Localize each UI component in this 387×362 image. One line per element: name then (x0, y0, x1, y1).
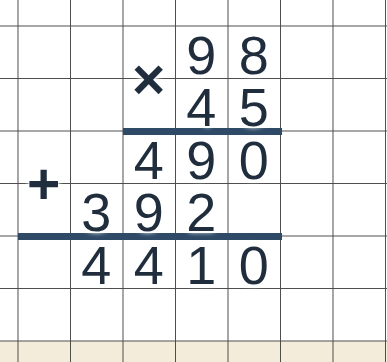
multiplicand-tens-digit: 9 (175, 29, 228, 82)
multiplier-ones-digit: 5 (228, 81, 281, 134)
partial1-ones-digit: 0 (228, 134, 281, 187)
partial1-hundreds-digit: 4 (123, 134, 176, 187)
product-hundreds-digit: 4 (123, 239, 176, 292)
product-thousands-digit: 4 (70, 239, 123, 292)
multiplicand-ones-digit: 8 (228, 29, 281, 82)
product-ones-digit: 0 (228, 239, 281, 292)
worked-multiplication: 98×45490+3924410 (0, 0, 387, 362)
partial2-digit-9: 9 (123, 186, 176, 239)
partial1-tens-digit: 9 (175, 134, 228, 187)
product-tens-digit: 1 (175, 239, 228, 292)
partial2-digit-2: 2 (175, 186, 228, 239)
grid-paper-board: 98×45490+3924410 (0, 0, 387, 362)
partial2-digit-3: 3 (70, 186, 123, 239)
multiply-sign: × (123, 27, 176, 132)
multiplier-tens-digit: 4 (175, 81, 228, 134)
plus-sign: + (18, 132, 71, 237)
